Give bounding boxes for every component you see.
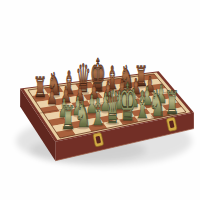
black-rook[interactable]: ♜ [33,71,47,103]
white-knight[interactable]: ♞ [149,82,166,125]
white-rook[interactable]: ♜ [60,99,75,137]
black-pawn[interactable]: ♟ [47,84,58,109]
product-photo: ♜♞♝♛♚♝♞♜♟♟♟♟♟♟♟♟♟♟♟♟♟♟♟♟♜♞♝♛♚♝♞♜ [0,0,200,200]
white-rook[interactable]: ♜ [164,84,179,122]
chess-set-scene: ♜♞♝♛♚♝♞♜♟♟♟♟♟♟♟♟♟♟♟♟♟♟♟♟♜♞♝♛♚♝♞♜ [0,0,200,200]
